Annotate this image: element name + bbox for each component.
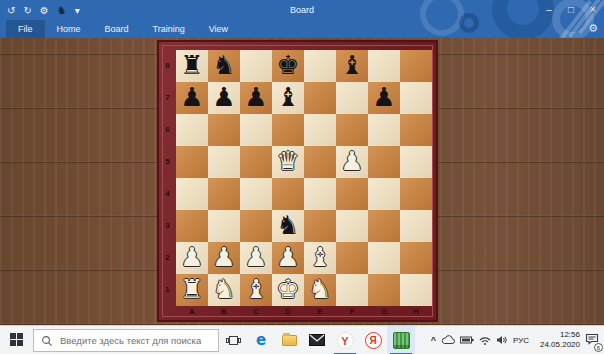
piece-white-bishop-e2[interactable]: ♝ <box>304 242 336 274</box>
mail-button[interactable] <box>303 326 331 354</box>
square-e1[interactable]: ♞ <box>304 274 336 306</box>
piece-white-bishop-c1[interactable]: ♝ <box>240 274 272 306</box>
square-b2[interactable]: ♟ <box>208 242 240 274</box>
piece-black-knight-d3[interactable]: ♞ <box>272 210 304 242</box>
chess-board[interactable]: ♜♞♚♝♟♟♟♝♟♛♟♞♟♟♟♟♝♜♞♝♚♞ <box>176 50 432 306</box>
yandex-browser-button[interactable]: Y <box>331 326 359 354</box>
square-d3[interactable]: ♞ <box>272 210 304 242</box>
windows-logo-icon <box>10 333 24 347</box>
tab-home[interactable]: Home <box>45 20 93 38</box>
ribbon-tabs: FileHomeBoardTrainingView⚙ <box>0 20 604 38</box>
rank-label-7: 7 <box>159 82 176 114</box>
clock-date: 24.05.2020 <box>534 340 580 350</box>
task-view-icon <box>226 334 241 347</box>
square-b6[interactable] <box>208 114 240 146</box>
square-g4[interactable] <box>368 178 400 210</box>
start-button[interactable] <box>3 326 31 354</box>
file-label-b: B <box>208 304 240 320</box>
square-e6[interactable] <box>304 114 336 146</box>
ribbon-gear-icon[interactable]: ⚙ <box>588 22 598 35</box>
system-tray: ^ РУС 12:56 24.05.2020 <box>431 330 604 350</box>
square-f6[interactable] <box>336 114 368 146</box>
yandex-browser-icon: Y <box>337 332 354 349</box>
piece-black-knight-b8[interactable]: ♞ <box>208 50 240 82</box>
square-c8[interactable] <box>240 50 272 82</box>
rank-label-5: 5 <box>159 146 176 178</box>
file-label-d: D <box>272 304 304 320</box>
square-a8[interactable]: ♜ <box>176 50 208 82</box>
square-b8[interactable]: ♞ <box>208 50 240 82</box>
square-d2[interactable]: ♟ <box>272 242 304 274</box>
edge-icon: e <box>256 331 266 349</box>
square-a5[interactable] <box>176 146 208 178</box>
edge-browser-button[interactable]: e <box>247 326 275 354</box>
square-b5[interactable] <box>208 146 240 178</box>
square-f1[interactable] <box>336 274 368 306</box>
piece-black-pawn-a7[interactable]: ♟ <box>176 82 208 114</box>
piece-black-bishop-f8[interactable]: ♝ <box>336 50 368 82</box>
piece-black-pawn-b7[interactable]: ♟ <box>208 82 240 114</box>
rank-label-4: 4 <box>159 178 176 210</box>
piece-white-pawn-b2[interactable]: ♟ <box>208 242 240 274</box>
board-background: 87654321 ♜♞♚♝♟♟♟♝♟♛♟♞♟♟♟♟♝♜♞♝♚♞ ABCDEFGH <box>0 38 604 325</box>
file-labels: ABCDEFGH <box>176 304 432 320</box>
square-h1[interactable] <box>400 274 432 306</box>
tab-file[interactable]: File <box>6 20 45 38</box>
square-a3[interactable] <box>176 210 208 242</box>
square-g3[interactable] <box>368 210 400 242</box>
search-input[interactable] <box>60 335 210 346</box>
square-a1[interactable]: ♜ <box>176 274 208 306</box>
rank-label-6: 6 <box>159 114 176 146</box>
notification-badge: 6 <box>594 343 603 352</box>
screen: ↺ ↻ ⚙ ♞ ▾ Board – □ × FileHomeBoardTrain… <box>0 0 604 354</box>
show-hidden-icons-button[interactable]: ^ <box>431 335 436 345</box>
square-g8[interactable] <box>368 50 400 82</box>
taskbar-search[interactable] <box>33 329 219 352</box>
square-c5[interactable] <box>240 146 272 178</box>
square-h5[interactable] <box>400 146 432 178</box>
file-label-a: A <box>176 304 208 320</box>
file-explorer-button[interactable] <box>275 326 303 354</box>
piece-white-pawn-c2[interactable]: ♟ <box>240 242 272 274</box>
rank-label-8: 8 <box>159 50 176 82</box>
square-c2[interactable]: ♟ <box>240 242 272 274</box>
piece-white-knight-b1[interactable]: ♞ <box>208 274 240 306</box>
piece-white-queen-d5[interactable]: ♛ <box>272 146 304 178</box>
chess-board-frame: 87654321 ♜♞♚♝♟♟♟♝♟♛♟♞♟♟♟♟♝♜♞♝♚♞ ABCDEFGH <box>157 40 438 322</box>
square-c7[interactable]: ♟ <box>240 82 272 114</box>
task-view-button[interactable] <box>219 326 247 354</box>
square-c6[interactable] <box>240 114 272 146</box>
square-g1[interactable] <box>368 274 400 306</box>
square-d7[interactable]: ♝ <box>272 82 304 114</box>
file-label-c: C <box>240 304 272 320</box>
piece-white-pawn-d2[interactable]: ♟ <box>272 242 304 274</box>
square-b4[interactable] <box>208 178 240 210</box>
square-c4[interactable] <box>240 178 272 210</box>
square-e5[interactable] <box>304 146 336 178</box>
square-f7[interactable] <box>336 82 368 114</box>
square-b3[interactable] <box>208 210 240 242</box>
square-a7[interactable]: ♟ <box>176 82 208 114</box>
square-e8[interactable] <box>304 50 336 82</box>
square-h7[interactable] <box>400 82 432 114</box>
rank-label-2: 2 <box>159 242 176 274</box>
piece-black-pawn-c7[interactable]: ♟ <box>240 82 272 114</box>
battery-icon[interactable] <box>460 336 474 344</box>
square-d8[interactable]: ♚ <box>272 50 304 82</box>
square-g6[interactable] <box>368 114 400 146</box>
piece-black-rook-a8[interactable]: ♜ <box>176 50 208 82</box>
rank-label-3: 3 <box>159 210 176 242</box>
clock-time: 12:56 <box>534 330 580 340</box>
onedrive-cloud-icon[interactable] <box>441 335 455 345</box>
square-g5[interactable] <box>368 146 400 178</box>
square-e2[interactable]: ♝ <box>304 242 336 274</box>
square-b1[interactable]: ♞ <box>208 274 240 306</box>
square-c1[interactable]: ♝ <box>240 274 272 306</box>
square-h2[interactable] <box>400 242 432 274</box>
square-g2[interactable] <box>368 242 400 274</box>
square-f2[interactable] <box>336 242 368 274</box>
tab-view[interactable]: View <box>197 20 240 38</box>
square-h6[interactable] <box>400 114 432 146</box>
square-e3[interactable] <box>304 210 336 242</box>
square-d5[interactable]: ♛ <box>272 146 304 178</box>
square-a6[interactable] <box>176 114 208 146</box>
tab-training[interactable]: Training <box>141 20 197 38</box>
square-c3[interactable] <box>240 210 272 242</box>
search-icon <box>41 335 53 347</box>
taskbar: e Y Я ^ <box>0 325 604 354</box>
square-d4[interactable] <box>272 178 304 210</box>
file-label-f: F <box>336 304 368 320</box>
taskbar-clock[interactable]: 12:56 24.05.2020 <box>534 330 580 350</box>
titlebar: ↺ ↻ ⚙ ♞ ▾ Board – □ × <box>0 0 604 20</box>
file-label-g: G <box>368 304 400 320</box>
square-f4[interactable] <box>336 178 368 210</box>
chess-app-button[interactable] <box>387 326 415 354</box>
square-f8[interactable]: ♝ <box>336 50 368 82</box>
square-e4[interactable] <box>304 178 336 210</box>
yandex-app-icon: Я <box>365 332 382 349</box>
piece-black-king-d8[interactable]: ♚ <box>272 50 304 82</box>
window-header: ↺ ↻ ⚙ ♞ ▾ Board – □ × FileHomeBoardTrain… <box>0 0 604 38</box>
piece-white-pawn-f5[interactable]: ♟ <box>336 146 368 178</box>
square-d6[interactable] <box>272 114 304 146</box>
square-g7[interactable]: ♟ <box>368 82 400 114</box>
square-h8[interactable] <box>400 50 432 82</box>
piece-white-pawn-a2[interactable]: ♟ <box>176 242 208 274</box>
language-indicator[interactable]: РУС <box>513 336 529 345</box>
square-e7[interactable] <box>304 82 336 114</box>
square-a4[interactable] <box>176 178 208 210</box>
square-f3[interactable] <box>336 210 368 242</box>
yandex-app-button[interactable]: Я <box>359 326 387 354</box>
rank-label-1: 1 <box>159 274 176 306</box>
volume-icon[interactable] <box>496 335 508 345</box>
file-label-h: H <box>400 304 432 320</box>
square-d1[interactable]: ♚ <box>272 274 304 306</box>
square-h4[interactable] <box>400 178 432 210</box>
piece-black-bishop-d7[interactable]: ♝ <box>272 82 304 114</box>
folder-icon <box>282 335 297 346</box>
square-b7[interactable]: ♟ <box>208 82 240 114</box>
chess-app-icon <box>393 332 410 349</box>
mail-icon <box>309 334 325 346</box>
piece-white-king-d1[interactable]: ♚ <box>272 274 304 306</box>
square-h3[interactable] <box>400 210 432 242</box>
rank-labels: 87654321 <box>159 50 176 306</box>
window-title: Board <box>0 5 604 15</box>
piece-white-knight-e1[interactable]: ♞ <box>304 274 336 306</box>
action-center-button[interactable]: 6 <box>585 331 599 349</box>
square-a2[interactable]: ♟ <box>176 242 208 274</box>
network-icon[interactable] <box>479 336 491 345</box>
square-f5[interactable]: ♟ <box>336 146 368 178</box>
file-label-e: E <box>304 304 336 320</box>
piece-black-pawn-g7[interactable]: ♟ <box>368 82 400 114</box>
tab-board[interactable]: Board <box>93 20 141 38</box>
piece-white-rook-a1[interactable]: ♜ <box>176 274 208 306</box>
